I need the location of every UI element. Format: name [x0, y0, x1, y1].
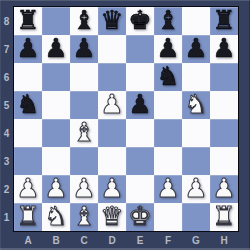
square-c6[interactable] [70, 63, 98, 91]
square-d3[interactable] [98, 147, 126, 175]
square-h2[interactable]: ♟ [210, 175, 238, 203]
square-g3[interactable] [182, 147, 210, 175]
square-a1[interactable]: ♜ [14, 203, 42, 231]
file-labels: ABCDEFGH [14, 232, 238, 248]
rank-label-7: 7 [0, 35, 13, 63]
chess-diagram: 87654321 ♜♝♛♚♝♜♟♟♟♟♟♟♞♞♟♟♞♝♟♟♟♟♟♟♟♜♞♝♛♚♜… [0, 0, 250, 250]
square-b7[interactable]: ♟ [42, 35, 70, 63]
piece-black-pawn: ♟ [14, 35, 42, 63]
square-d4[interactable] [98, 119, 126, 147]
square-h8[interactable]: ♜ [210, 7, 238, 35]
piece-black-bishop: ♝ [154, 7, 182, 35]
file-label-a: A [14, 232, 42, 248]
square-d8[interactable]: ♛ [98, 7, 126, 35]
square-e5[interactable]: ♟ [126, 91, 154, 119]
square-h3[interactable] [210, 147, 238, 175]
square-e3[interactable] [126, 147, 154, 175]
rank-label-3: 3 [0, 147, 13, 175]
piece-black-knight: ♞ [14, 91, 42, 119]
piece-black-queen: ♛ [98, 7, 126, 35]
file-label-e: E [126, 232, 154, 248]
piece-black-pawn: ♟ [126, 91, 154, 119]
square-f8[interactable]: ♝ [154, 7, 182, 35]
piece-white-pawn: ♟ [182, 175, 210, 203]
rank-label-8: 8 [0, 7, 13, 35]
piece-white-rook: ♜ [210, 203, 238, 231]
piece-white-pawn: ♟ [98, 175, 126, 203]
piece-black-pawn: ♟ [210, 35, 238, 63]
square-c5[interactable] [70, 91, 98, 119]
square-e8[interactable]: ♚ [126, 7, 154, 35]
square-h5[interactable] [210, 91, 238, 119]
piece-white-knight: ♞ [42, 203, 70, 231]
rank-label-5: 5 [0, 91, 13, 119]
file-label-f: F [154, 232, 182, 248]
square-h4[interactable] [210, 119, 238, 147]
piece-black-knight: ♞ [154, 63, 182, 91]
square-c7[interactable]: ♟ [70, 35, 98, 63]
piece-white-bishop: ♝ [70, 203, 98, 231]
piece-black-pawn: ♟ [70, 35, 98, 63]
square-c2[interactable]: ♟ [70, 175, 98, 203]
piece-black-king: ♚ [126, 7, 154, 35]
piece-white-bishop: ♝ [70, 119, 98, 147]
rank-label-1: 1 [0, 203, 13, 231]
file-label-g: G [182, 232, 210, 248]
square-a7[interactable]: ♟ [14, 35, 42, 63]
square-d2[interactable]: ♟ [98, 175, 126, 203]
square-c8[interactable]: ♝ [70, 7, 98, 35]
square-g4[interactable] [182, 119, 210, 147]
square-e7[interactable] [126, 35, 154, 63]
piece-white-pawn: ♟ [98, 91, 126, 119]
piece-white-king: ♚ [126, 203, 154, 231]
file-label-d: D [98, 232, 126, 248]
square-e6[interactable] [126, 63, 154, 91]
square-a4[interactable] [14, 119, 42, 147]
rank-labels: 87654321 [0, 7, 13, 231]
piece-white-queen: ♛ [98, 203, 126, 231]
piece-black-rook: ♜ [210, 7, 238, 35]
square-d1[interactable]: ♛ [98, 203, 126, 231]
square-h6[interactable] [210, 63, 238, 91]
square-b1[interactable]: ♞ [42, 203, 70, 231]
square-g8[interactable] [182, 7, 210, 35]
square-g5[interactable]: ♞ [182, 91, 210, 119]
piece-black-pawn: ♟ [154, 35, 182, 63]
file-label-h: H [210, 232, 238, 248]
piece-black-bishop: ♝ [70, 7, 98, 35]
square-h1[interactable]: ♜ [210, 203, 238, 231]
piece-white-pawn: ♟ [154, 175, 182, 203]
square-a6[interactable] [14, 63, 42, 91]
file-label-b: B [42, 232, 70, 248]
square-f2[interactable]: ♟ [154, 175, 182, 203]
piece-white-pawn: ♟ [210, 175, 238, 203]
square-c4[interactable]: ♝ [70, 119, 98, 147]
square-d6[interactable] [98, 63, 126, 91]
square-c3[interactable] [70, 147, 98, 175]
square-f7[interactable]: ♟ [154, 35, 182, 63]
square-d7[interactable] [98, 35, 126, 63]
square-b4[interactable] [42, 119, 70, 147]
piece-white-knight: ♞ [182, 91, 210, 119]
square-f6[interactable]: ♞ [154, 63, 182, 91]
board: ♜♝♛♚♝♜♟♟♟♟♟♟♞♞♟♟♞♝♟♟♟♟♟♟♟♜♞♝♛♚♜ [13, 6, 239, 232]
square-a5[interactable]: ♞ [14, 91, 42, 119]
piece-white-pawn: ♟ [42, 175, 70, 203]
square-a8[interactable]: ♜ [14, 7, 42, 35]
square-b2[interactable]: ♟ [42, 175, 70, 203]
square-a2[interactable]: ♟ [14, 175, 42, 203]
file-label-c: C [70, 232, 98, 248]
square-e2[interactable] [126, 175, 154, 203]
square-h7[interactable]: ♟ [210, 35, 238, 63]
square-f1[interactable] [154, 203, 182, 231]
square-b5[interactable] [42, 91, 70, 119]
piece-white-pawn: ♟ [70, 175, 98, 203]
square-c1[interactable]: ♝ [70, 203, 98, 231]
square-g7[interactable]: ♟ [182, 35, 210, 63]
square-d5[interactable]: ♟ [98, 91, 126, 119]
square-b6[interactable] [42, 63, 70, 91]
square-g1[interactable] [182, 203, 210, 231]
square-e1[interactable]: ♚ [126, 203, 154, 231]
square-g2[interactable]: ♟ [182, 175, 210, 203]
square-f3[interactable] [154, 147, 182, 175]
piece-black-pawn: ♟ [182, 35, 210, 63]
square-a3[interactable] [14, 147, 42, 175]
piece-white-pawn: ♟ [14, 175, 42, 203]
piece-black-pawn: ♟ [42, 35, 70, 63]
square-f4[interactable] [154, 119, 182, 147]
rank-label-6: 6 [0, 63, 13, 91]
rank-label-2: 2 [0, 175, 13, 203]
square-f5[interactable] [154, 91, 182, 119]
rank-label-4: 4 [0, 119, 13, 147]
square-g6[interactable] [182, 63, 210, 91]
square-e4[interactable] [126, 119, 154, 147]
square-b3[interactable] [42, 147, 70, 175]
piece-black-rook: ♜ [14, 7, 42, 35]
square-b8[interactable] [42, 7, 70, 35]
piece-white-rook: ♜ [14, 203, 42, 231]
